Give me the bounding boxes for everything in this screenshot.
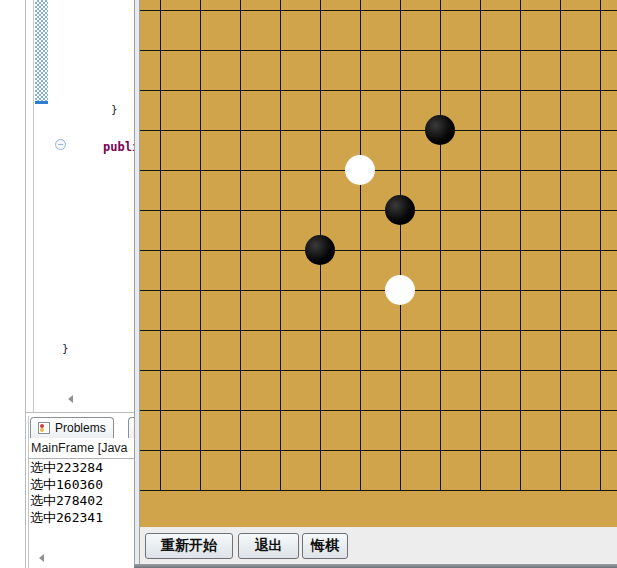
console-line: 选中278402 [30, 493, 103, 510]
console-hscroll-left-icon[interactable] [39, 554, 44, 562]
stone-white [385, 275, 415, 305]
restart-button[interactable]: 重新开始 [145, 533, 233, 559]
screenshot-root: } public } Problems @ MainFrame [Java 选中… [0, 0, 617, 568]
stone-white [345, 155, 375, 185]
console-title: MainFrame [Java [31, 441, 128, 455]
ide-left-border [25, 0, 26, 568]
editor-ruler-border [33, 0, 34, 413]
code-fold-collapse-icon[interactable] [55, 139, 66, 150]
problems-view-icon [38, 422, 50, 434]
go-board[interactable] [140, 0, 617, 527]
tab-problems[interactable]: Problems [30, 417, 114, 438]
exit-button[interactable]: 退出 [238, 533, 299, 559]
undo-move-button[interactable]: 悔棋 [302, 533, 348, 559]
gomoku-window: 重新开始 退出 悔棋 [134, 0, 617, 568]
window-bottom-border [134, 564, 617, 568]
console-line: 选中262341 [30, 510, 103, 527]
console-output: 选中223284选中160360选中278402选中262341 [30, 460, 103, 526]
tab-problems-label: Problems [55, 421, 106, 435]
console-line: 选中160360 [30, 477, 103, 494]
console-left-border [28, 416, 29, 568]
console-title-separator [29, 458, 134, 459]
stone-black [385, 195, 415, 225]
board-vertical-lines [160, 0, 601, 491]
console-line: 选中223284 [30, 460, 103, 477]
editor-bottom-border [25, 412, 134, 413]
code-fragment-brace: } [62, 342, 69, 355]
stone-black [425, 115, 455, 145]
editor-scrollbar-thumb[interactable] [35, 0, 48, 104]
code-fragment-brace: } [111, 103, 118, 116]
editor-hscroll-left-icon[interactable] [68, 395, 73, 403]
stone-black [305, 235, 335, 265]
